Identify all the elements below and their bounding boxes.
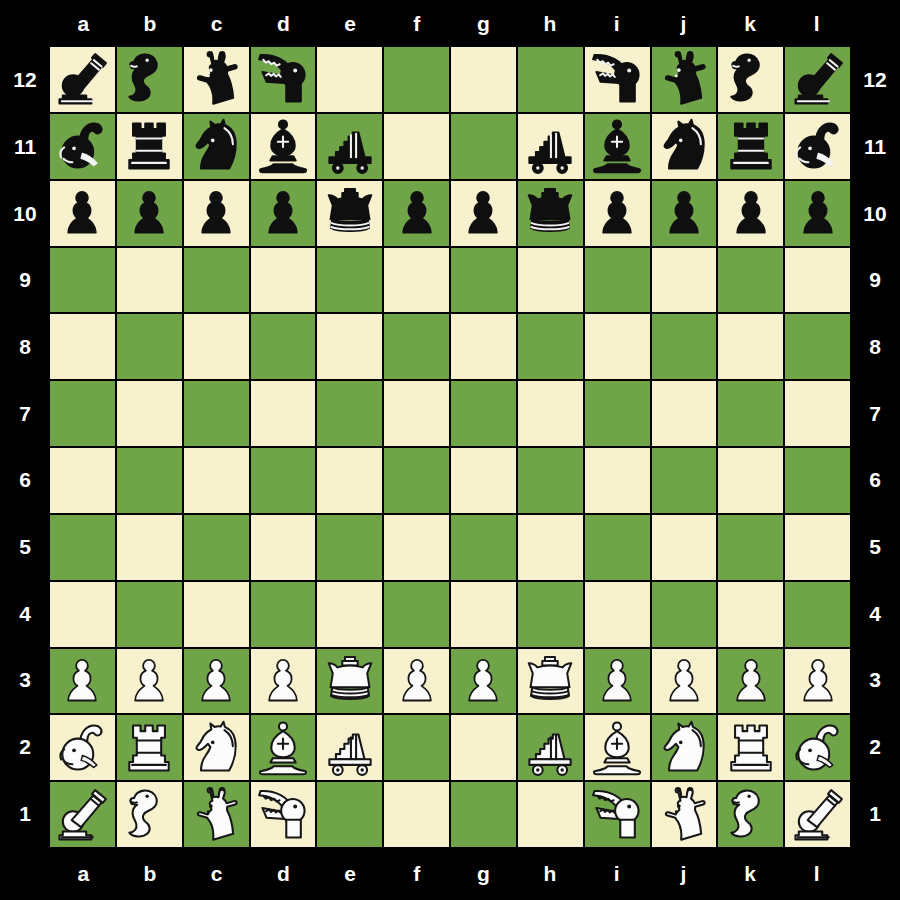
- square-l2[interactable]: [785, 715, 850, 780]
- square-f10[interactable]: [384, 181, 449, 246]
- square-c9[interactable]: [184, 248, 249, 313]
- square-d10[interactable]: [251, 181, 316, 246]
- square-j10[interactable]: [652, 181, 717, 246]
- square-h11[interactable]: [518, 114, 583, 179]
- black-rook-icon[interactable]: [721, 116, 781, 176]
- file-labels-bottom: abcdefghijkl: [50, 847, 850, 900]
- square-g8[interactable]: [451, 314, 516, 379]
- black-pawn-icon[interactable]: [658, 187, 710, 239]
- square-a8[interactable]: [50, 314, 115, 379]
- square-b11[interactable]: [117, 114, 182, 179]
- square-b1[interactable]: [117, 782, 182, 847]
- file-label-e: e: [317, 0, 384, 47]
- square-a5[interactable]: [50, 515, 115, 580]
- square-k6[interactable]: [718, 448, 783, 513]
- file-label-a: a: [50, 0, 117, 47]
- white-knight-icon[interactable]: [186, 718, 246, 778]
- square-e5[interactable]: [317, 515, 382, 580]
- square-l10[interactable]: [785, 181, 850, 246]
- white-giraffe-icon[interactable]: [654, 785, 714, 845]
- square-c12[interactable]: [184, 47, 249, 112]
- square-j12[interactable]: [652, 47, 717, 112]
- square-k10[interactable]: [718, 181, 783, 246]
- board-screenshot: abcdefghijkl abcdefghijkl 12111098765432…: [0, 0, 900, 900]
- square-j11[interactable]: [652, 114, 717, 179]
- square-c6[interactable]: [184, 448, 249, 513]
- square-h8[interactable]: [518, 314, 583, 379]
- black-pawn-icon[interactable]: [725, 187, 777, 239]
- square-b3[interactable]: [117, 649, 182, 714]
- square-k12[interactable]: [718, 47, 783, 112]
- file-label-b: b: [117, 0, 184, 47]
- file-label-j: j: [650, 847, 717, 900]
- rank-label-5: 5: [0, 514, 50, 581]
- square-a3[interactable]: [50, 649, 115, 714]
- square-a11[interactable]: [50, 114, 115, 179]
- square-k8[interactable]: [718, 314, 783, 379]
- file-label-g: g: [450, 847, 517, 900]
- square-d7[interactable]: [251, 381, 316, 446]
- square-b2[interactable]: [117, 715, 182, 780]
- square-f4[interactable]: [384, 582, 449, 647]
- file-label-d: d: [250, 847, 317, 900]
- white-pawn-icon[interactable]: [457, 655, 509, 707]
- square-l8[interactable]: [785, 314, 850, 379]
- square-k1[interactable]: [718, 782, 783, 847]
- square-f12[interactable]: [384, 47, 449, 112]
- rank-label-2: 2: [850, 714, 900, 781]
- file-label-k: k: [717, 0, 784, 47]
- square-b9[interactable]: [117, 248, 182, 313]
- square-c3[interactable]: [184, 649, 249, 714]
- square-g11[interactable]: [451, 114, 516, 179]
- square-j4[interactable]: [652, 582, 717, 647]
- square-k11[interactable]: [718, 114, 783, 179]
- black-elephant-icon[interactable]: [52, 116, 112, 176]
- black-pawn-icon[interactable]: [591, 187, 643, 239]
- square-c4[interactable]: [184, 582, 249, 647]
- file-label-k: k: [717, 847, 784, 900]
- white-elephant-icon[interactable]: [788, 718, 848, 778]
- square-i1[interactable]: [585, 782, 650, 847]
- square-g5[interactable]: [451, 515, 516, 580]
- square-g10[interactable]: [451, 181, 516, 246]
- file-label-l: l: [783, 847, 850, 900]
- rank-label-9: 9: [850, 247, 900, 314]
- square-k9[interactable]: [718, 248, 783, 313]
- square-b6[interactable]: [117, 448, 182, 513]
- square-h1[interactable]: [518, 782, 583, 847]
- rank-label-11: 11: [0, 114, 50, 181]
- square-f9[interactable]: [384, 248, 449, 313]
- square-d1[interactable]: [251, 782, 316, 847]
- square-b7[interactable]: [117, 381, 182, 446]
- square-h10[interactable]: [518, 181, 583, 246]
- square-g3[interactable]: [451, 649, 516, 714]
- white-bishop-icon[interactable]: [253, 718, 313, 778]
- square-c11[interactable]: [184, 114, 249, 179]
- square-c5[interactable]: [184, 515, 249, 580]
- square-j7[interactable]: [652, 381, 717, 446]
- square-h2[interactable]: [518, 715, 583, 780]
- square-e8[interactable]: [317, 314, 382, 379]
- square-a9[interactable]: [50, 248, 115, 313]
- black-war-machine-icon[interactable]: [320, 116, 380, 176]
- black-crocodile-icon[interactable]: [587, 49, 647, 109]
- square-l12[interactable]: [785, 47, 850, 112]
- square-h9[interactable]: [518, 248, 583, 313]
- white-cannon-icon[interactable]: [52, 785, 112, 845]
- white-pawn-icon[interactable]: [190, 655, 242, 707]
- white-rook-icon[interactable]: [721, 718, 781, 778]
- square-b5[interactable]: [117, 515, 182, 580]
- square-c10[interactable]: [184, 181, 249, 246]
- rank-labels-left: 121110987654321: [0, 47, 50, 847]
- square-c2[interactable]: [184, 715, 249, 780]
- black-pawn-icon[interactable]: [457, 187, 509, 239]
- rank-label-10: 10: [850, 180, 900, 247]
- square-i4[interactable]: [585, 582, 650, 647]
- square-l4[interactable]: [785, 582, 850, 647]
- file-label-a: a: [50, 847, 117, 900]
- square-l7[interactable]: [785, 381, 850, 446]
- white-war-machine-icon[interactable]: [520, 718, 580, 778]
- black-elephant-icon[interactable]: [788, 116, 848, 176]
- square-i3[interactable]: [585, 649, 650, 714]
- square-h4[interactable]: [518, 582, 583, 647]
- white-crocodile-icon[interactable]: [587, 785, 647, 845]
- black-pawn-icon[interactable]: [190, 187, 242, 239]
- white-pawn-icon[interactable]: [257, 655, 309, 707]
- square-l9[interactable]: [785, 248, 850, 313]
- file-label-c: c: [183, 847, 250, 900]
- square-k2[interactable]: [718, 715, 783, 780]
- square-k5[interactable]: [718, 515, 783, 580]
- square-a12[interactable]: [50, 47, 115, 112]
- square-d5[interactable]: [251, 515, 316, 580]
- square-j6[interactable]: [652, 448, 717, 513]
- white-war-machine-icon[interactable]: [320, 718, 380, 778]
- white-pawn-icon[interactable]: [725, 655, 777, 707]
- square-a1[interactable]: [50, 782, 115, 847]
- square-g1[interactable]: [451, 782, 516, 847]
- file-label-e: e: [317, 847, 384, 900]
- square-d2[interactable]: [251, 715, 316, 780]
- square-d3[interactable]: [251, 649, 316, 714]
- square-e9[interactable]: [317, 248, 382, 313]
- rank-labels-right: 121110987654321: [850, 47, 900, 847]
- white-giraffe-icon[interactable]: [186, 785, 246, 845]
- rank-label-7: 7: [850, 380, 900, 447]
- square-a2[interactable]: [50, 715, 115, 780]
- square-e11[interactable]: [317, 114, 382, 179]
- square-h5[interactable]: [518, 515, 583, 580]
- square-c7[interactable]: [184, 381, 249, 446]
- rank-label-2: 2: [0, 714, 50, 781]
- square-k7[interactable]: [718, 381, 783, 446]
- file-label-c: c: [183, 0, 250, 47]
- black-camel-icon[interactable]: [721, 49, 781, 109]
- rank-label-4: 4: [0, 580, 50, 647]
- square-l6[interactable]: [785, 448, 850, 513]
- white-cannon-icon[interactable]: [788, 785, 848, 845]
- rank-label-6: 6: [850, 447, 900, 514]
- black-pawn-icon[interactable]: [792, 187, 844, 239]
- file-label-i: i: [583, 847, 650, 900]
- square-b8[interactable]: [117, 314, 182, 379]
- file-label-h: h: [517, 847, 584, 900]
- white-pawn-icon[interactable]: [792, 655, 844, 707]
- file-label-j: j: [650, 0, 717, 47]
- rank-label-4: 4: [850, 580, 900, 647]
- square-i12[interactable]: [585, 47, 650, 112]
- square-j5[interactable]: [652, 515, 717, 580]
- square-h3[interactable]: [518, 649, 583, 714]
- square-e12[interactable]: [317, 47, 382, 112]
- square-d6[interactable]: [251, 448, 316, 513]
- square-h6[interactable]: [518, 448, 583, 513]
- square-l1[interactable]: [785, 782, 850, 847]
- white-rook-icon[interactable]: [119, 718, 179, 778]
- square-i5[interactable]: [585, 515, 650, 580]
- square-l3[interactable]: [785, 649, 850, 714]
- square-k4[interactable]: [718, 582, 783, 647]
- square-j2[interactable]: [652, 715, 717, 780]
- white-pawn-icon[interactable]: [591, 655, 643, 707]
- black-pawn-icon[interactable]: [257, 187, 309, 239]
- square-b10[interactable]: [117, 181, 182, 246]
- white-pawn-icon[interactable]: [391, 655, 443, 707]
- rank-label-5: 5: [850, 514, 900, 581]
- square-i8[interactable]: [585, 314, 650, 379]
- white-crown-royal-icon[interactable]: [321, 652, 379, 710]
- white-pawn-icon[interactable]: [658, 655, 710, 707]
- black-knight-icon[interactable]: [186, 116, 246, 176]
- square-e7[interactable]: [317, 381, 382, 446]
- file-label-b: b: [117, 847, 184, 900]
- white-camel-icon[interactable]: [119, 785, 179, 845]
- square-h7[interactable]: [518, 381, 583, 446]
- black-rook-icon[interactable]: [119, 116, 179, 176]
- white-crown-royal-icon[interactable]: [521, 652, 579, 710]
- file-label-l: l: [783, 0, 850, 47]
- square-g4[interactable]: [451, 582, 516, 647]
- square-c8[interactable]: [184, 314, 249, 379]
- rank-label-10: 10: [0, 180, 50, 247]
- file-labels-top: abcdefghijkl: [50, 0, 850, 47]
- rank-label-7: 7: [0, 380, 50, 447]
- square-j3[interactable]: [652, 649, 717, 714]
- board: [50, 47, 850, 847]
- rank-label-9: 9: [0, 247, 50, 314]
- square-f7[interactable]: [384, 381, 449, 446]
- file-label-g: g: [450, 0, 517, 47]
- square-b4[interactable]: [117, 582, 182, 647]
- black-cannon-icon[interactable]: [788, 49, 848, 109]
- square-i6[interactable]: [585, 448, 650, 513]
- square-a7[interactable]: [50, 381, 115, 446]
- black-cannon-icon[interactable]: [52, 49, 112, 109]
- square-l11[interactable]: [785, 114, 850, 179]
- square-f3[interactable]: [384, 649, 449, 714]
- rank-label-12: 12: [850, 47, 900, 114]
- square-b12[interactable]: [117, 47, 182, 112]
- square-j1[interactable]: [652, 782, 717, 847]
- black-war-machine-icon[interactable]: [520, 116, 580, 176]
- square-k3[interactable]: [718, 649, 783, 714]
- black-bishop-icon[interactable]: [587, 116, 647, 176]
- rank-label-1: 1: [0, 780, 50, 847]
- square-i10[interactable]: [585, 181, 650, 246]
- rank-label-3: 3: [850, 647, 900, 714]
- square-f8[interactable]: [384, 314, 449, 379]
- black-giraffe-icon[interactable]: [654, 49, 714, 109]
- square-l5[interactable]: [785, 515, 850, 580]
- black-pawn-icon[interactable]: [391, 187, 443, 239]
- square-g2[interactable]: [451, 715, 516, 780]
- white-pawn-icon[interactable]: [123, 655, 175, 707]
- file-label-d: d: [250, 0, 317, 47]
- file-label-h: h: [517, 0, 584, 47]
- square-a6[interactable]: [50, 448, 115, 513]
- square-g9[interactable]: [451, 248, 516, 313]
- square-i2[interactable]: [585, 715, 650, 780]
- black-knight-icon[interactable]: [654, 116, 714, 176]
- rank-label-6: 6: [0, 447, 50, 514]
- white-knight-icon[interactable]: [654, 718, 714, 778]
- black-crocodile-icon[interactable]: [253, 49, 313, 109]
- file-label-f: f: [383, 847, 450, 900]
- square-f6[interactable]: [384, 448, 449, 513]
- square-e6[interactable]: [317, 448, 382, 513]
- black-pawn-icon[interactable]: [56, 187, 108, 239]
- square-i11[interactable]: [585, 114, 650, 179]
- white-elephant-icon[interactable]: [52, 718, 112, 778]
- square-f1[interactable]: [384, 782, 449, 847]
- file-label-i: i: [583, 0, 650, 47]
- black-bishop-icon[interactable]: [253, 116, 313, 176]
- white-crocodile-icon[interactable]: [253, 785, 313, 845]
- white-bishop-icon[interactable]: [587, 718, 647, 778]
- square-e10[interactable]: [317, 181, 382, 246]
- rank-label-12: 12: [0, 47, 50, 114]
- square-c1[interactable]: [184, 782, 249, 847]
- black-crown-royal-icon[interactable]: [321, 184, 379, 242]
- rank-label-8: 8: [0, 314, 50, 381]
- white-pawn-icon[interactable]: [56, 655, 108, 707]
- square-g12[interactable]: [451, 47, 516, 112]
- black-crown-royal-icon[interactable]: [521, 184, 579, 242]
- square-g6[interactable]: [451, 448, 516, 513]
- square-d12[interactable]: [251, 47, 316, 112]
- white-camel-icon[interactable]: [721, 785, 781, 845]
- square-f5[interactable]: [384, 515, 449, 580]
- square-d11[interactable]: [251, 114, 316, 179]
- square-j8[interactable]: [652, 314, 717, 379]
- rank-label-3: 3: [0, 647, 50, 714]
- square-a10[interactable]: [50, 181, 115, 246]
- square-e2[interactable]: [317, 715, 382, 780]
- rank-label-8: 8: [850, 314, 900, 381]
- square-e3[interactable]: [317, 649, 382, 714]
- square-f2[interactable]: [384, 715, 449, 780]
- file-label-f: f: [383, 0, 450, 47]
- black-camel-icon[interactable]: [119, 49, 179, 109]
- square-j9[interactable]: [652, 248, 717, 313]
- square-h12[interactable]: [518, 47, 583, 112]
- square-d4[interactable]: [251, 582, 316, 647]
- square-d9[interactable]: [251, 248, 316, 313]
- square-d8[interactable]: [251, 314, 316, 379]
- square-e1[interactable]: [317, 782, 382, 847]
- square-e4[interactable]: [317, 582, 382, 647]
- square-g7[interactable]: [451, 381, 516, 446]
- black-pawn-icon[interactable]: [123, 187, 175, 239]
- rank-label-1: 1: [850, 780, 900, 847]
- square-i9[interactable]: [585, 248, 650, 313]
- square-f11[interactable]: [384, 114, 449, 179]
- square-i7[interactable]: [585, 381, 650, 446]
- square-a4[interactable]: [50, 582, 115, 647]
- black-giraffe-icon[interactable]: [186, 49, 246, 109]
- rank-label-11: 11: [850, 114, 900, 181]
